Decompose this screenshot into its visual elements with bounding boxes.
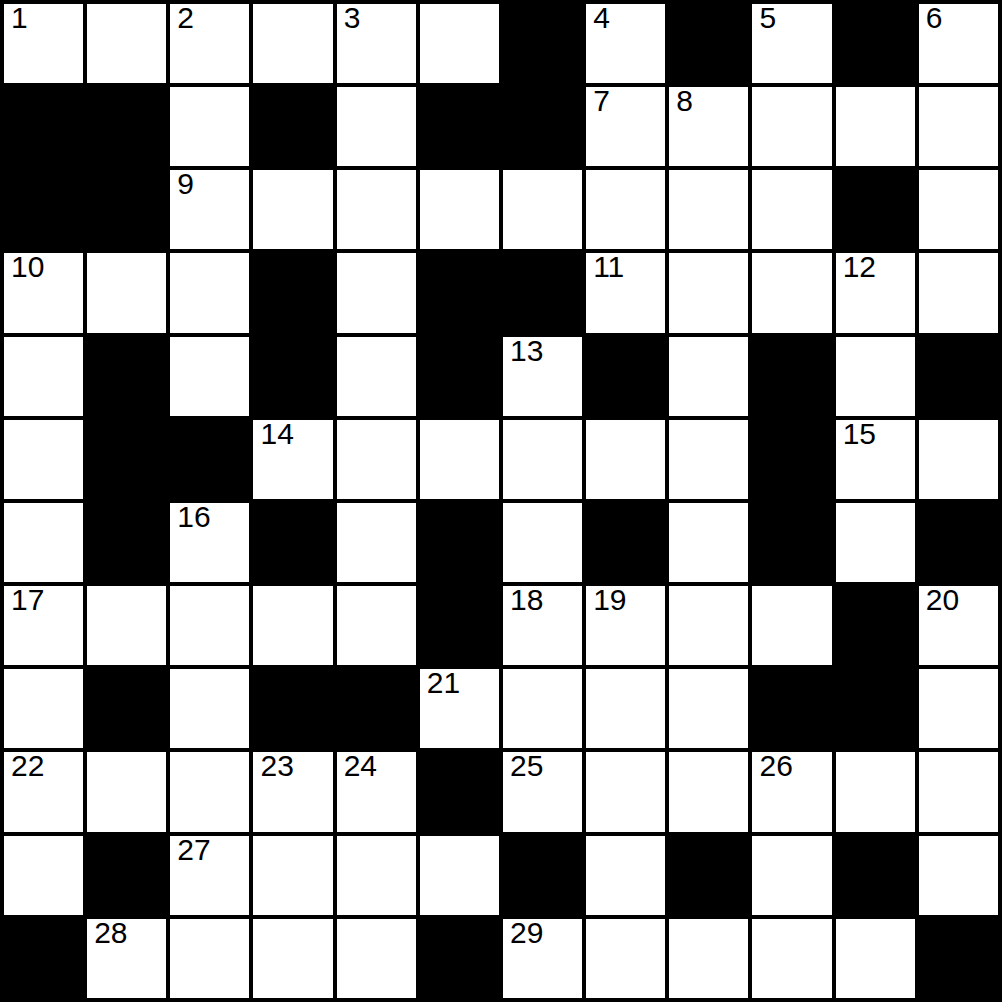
grid-cell[interactable] — [919, 420, 998, 499]
grid-cell[interactable] — [337, 503, 416, 582]
grid-cell[interactable]: 28 — [87, 919, 166, 998]
grid-cell[interactable] — [919, 669, 998, 748]
grid-cell[interactable]: 23 — [253, 752, 332, 831]
block-cell — [669, 4, 748, 83]
grid-cell[interactable]: 20 — [919, 586, 998, 665]
block-cell — [87, 503, 166, 582]
clue-number: 13 — [510, 334, 543, 369]
block-cell — [919, 337, 998, 416]
block-cell — [503, 253, 582, 332]
block-cell — [420, 919, 499, 998]
clue-number: 10 — [11, 250, 44, 285]
grid-cell[interactable]: 10 — [4, 253, 83, 332]
block-cell — [503, 87, 582, 166]
clue-number: 15 — [843, 417, 876, 452]
grid-cell[interactable] — [87, 4, 166, 83]
clue-number: 29 — [510, 916, 543, 951]
block-cell — [253, 87, 332, 166]
clue-number: 7 — [593, 84, 610, 119]
grid-cell[interactable]: 21 — [420, 669, 499, 748]
grid-cell[interactable] — [170, 919, 249, 998]
clue-number: 6 — [926, 1, 943, 36]
grid-cell[interactable] — [4, 337, 83, 416]
block-cell — [420, 87, 499, 166]
block-cell — [4, 170, 83, 249]
grid-cell[interactable] — [337, 919, 416, 998]
clue-number: 14 — [260, 417, 293, 452]
block-cell — [836, 586, 915, 665]
clue-number: 24 — [344, 749, 377, 784]
crossword-board: 1234567891011121314151617181920212223242… — [0, 0, 1002, 1002]
grid-cell[interactable]: 15 — [836, 420, 915, 499]
block-cell — [836, 4, 915, 83]
block-cell — [4, 919, 83, 998]
grid-cell[interactable] — [669, 919, 748, 998]
clue-number: 8 — [676, 84, 693, 119]
block-cell — [87, 337, 166, 416]
grid-cell[interactable] — [836, 919, 915, 998]
grid-cell[interactable] — [586, 420, 665, 499]
clue-number: 27 — [177, 833, 210, 868]
clue-number: 22 — [11, 749, 44, 784]
block-cell — [87, 170, 166, 249]
block-cell — [752, 337, 831, 416]
clue-number: 21 — [427, 666, 460, 701]
grid-cell[interactable] — [4, 669, 83, 748]
grid-cell[interactable] — [752, 253, 831, 332]
block-cell — [586, 337, 665, 416]
grid-cell[interactable] — [253, 170, 332, 249]
grid-cell[interactable] — [337, 87, 416, 166]
grid-cell[interactable]: 9 — [170, 170, 249, 249]
grid-cell[interactable]: 8 — [669, 87, 748, 166]
grid-cell[interactable] — [253, 4, 332, 83]
grid-cell[interactable] — [669, 337, 748, 416]
block-cell — [337, 669, 416, 748]
grid-cell[interactable] — [669, 420, 748, 499]
grid-cell[interactable] — [586, 919, 665, 998]
block-cell — [253, 503, 332, 582]
clue-number: 5 — [759, 1, 776, 36]
block-cell — [420, 752, 499, 831]
grid-cell[interactable] — [669, 669, 748, 748]
grid-cell[interactable] — [337, 836, 416, 915]
grid-cell[interactable]: 14 — [253, 420, 332, 499]
block-cell — [87, 836, 166, 915]
clue-number: 26 — [759, 749, 792, 784]
grid-cell[interactable] — [752, 170, 831, 249]
clue-number: 11 — [593, 250, 624, 285]
grid-cell[interactable]: 17 — [4, 586, 83, 665]
grid-cell[interactable] — [503, 503, 582, 582]
clue-number: 12 — [843, 250, 876, 285]
block-cell — [919, 919, 998, 998]
grid-cell[interactable] — [919, 253, 998, 332]
grid-cell[interactable] — [752, 836, 831, 915]
grid-cell[interactable] — [170, 253, 249, 332]
grid-cell[interactable] — [87, 586, 166, 665]
grid-cell[interactable] — [752, 87, 831, 166]
grid-cell[interactable]: 27 — [170, 836, 249, 915]
grid-cell[interactable] — [919, 752, 998, 831]
grid-cell[interactable] — [170, 87, 249, 166]
clue-number: 20 — [926, 583, 959, 618]
grid-cell[interactable]: 26 — [752, 752, 831, 831]
clue-number: 19 — [593, 583, 626, 618]
block-cell — [586, 503, 665, 582]
grid-cell[interactable]: 18 — [503, 586, 582, 665]
clue-number: 23 — [260, 749, 293, 784]
grid-cell[interactable] — [170, 586, 249, 665]
grid-cell[interactable] — [87, 253, 166, 332]
block-cell — [170, 420, 249, 499]
grid-cell[interactable] — [87, 752, 166, 831]
grid-cell[interactable] — [170, 669, 249, 748]
clue-number: 9 — [177, 167, 194, 202]
grid-cell[interactable] — [4, 836, 83, 915]
clue-number: 17 — [11, 583, 44, 618]
block-cell — [919, 503, 998, 582]
clue-number: 4 — [593, 1, 610, 36]
clue-number: 28 — [94, 916, 127, 951]
block-cell — [87, 87, 166, 166]
block-cell — [752, 420, 831, 499]
clue-number: 18 — [510, 583, 543, 618]
grid-cell[interactable]: 22 — [4, 752, 83, 831]
grid-cell[interactable] — [836, 337, 915, 416]
grid-cell[interactable] — [503, 420, 582, 499]
grid-cell[interactable] — [586, 669, 665, 748]
block-cell — [4, 87, 83, 166]
grid-cell[interactable]: 13 — [503, 337, 582, 416]
block-cell — [752, 503, 831, 582]
grid-cell[interactable] — [420, 170, 499, 249]
block-cell — [420, 503, 499, 582]
grid-cell[interactable]: 11 — [586, 253, 665, 332]
grid-cell[interactable] — [253, 836, 332, 915]
clue-number: 2 — [177, 1, 194, 36]
grid-cell[interactable] — [669, 752, 748, 831]
block-cell — [669, 836, 748, 915]
block-cell — [420, 337, 499, 416]
block-cell — [253, 669, 332, 748]
grid-cell[interactable] — [253, 586, 332, 665]
block-cell — [420, 253, 499, 332]
block-cell — [752, 669, 831, 748]
grid-cell[interactable] — [586, 752, 665, 831]
grid-cell[interactable]: 24 — [337, 752, 416, 831]
grid-cell[interactable]: 6 — [919, 4, 998, 83]
grid-cell[interactable] — [669, 503, 748, 582]
grid-cell[interactable] — [919, 170, 998, 249]
block-cell — [87, 420, 166, 499]
grid-cell[interactable]: 16 — [170, 503, 249, 582]
grid-cell[interactable]: 5 — [752, 4, 831, 83]
grid-cell[interactable] — [669, 253, 748, 332]
grid-cell[interactable]: 19 — [586, 586, 665, 665]
grid-cell[interactable] — [420, 836, 499, 915]
grid-cell[interactable] — [170, 337, 249, 416]
grid-cell[interactable] — [503, 170, 582, 249]
grid-cell[interactable] — [253, 919, 332, 998]
block-cell — [503, 4, 582, 83]
clue-number: 25 — [510, 749, 543, 784]
block-cell — [253, 253, 332, 332]
grid-cell[interactable] — [919, 836, 998, 915]
grid-cell[interactable] — [586, 836, 665, 915]
grid-cell[interactable]: 3 — [337, 4, 416, 83]
block-cell — [420, 586, 499, 665]
grid-cell[interactable] — [836, 87, 915, 166]
clue-number: 16 — [177, 500, 210, 535]
grid-cell[interactable] — [4, 420, 83, 499]
grid-cell[interactable] — [669, 170, 748, 249]
clue-number: 1 — [11, 1, 28, 36]
grid-cell[interactable] — [586, 170, 665, 249]
grid-cell[interactable]: 29 — [503, 919, 582, 998]
grid-cell[interactable]: 12 — [836, 253, 915, 332]
grid-cell[interactable]: 7 — [586, 87, 665, 166]
clue-number: 3 — [344, 1, 361, 36]
block-cell — [253, 337, 332, 416]
grid-cell[interactable] — [420, 420, 499, 499]
grid-cell[interactable]: 2 — [170, 4, 249, 83]
grid-cell[interactable] — [337, 586, 416, 665]
block-cell — [503, 836, 582, 915]
grid-cell[interactable] — [752, 586, 831, 665]
grid-cell[interactable] — [420, 4, 499, 83]
grid-cell[interactable] — [337, 420, 416, 499]
grid-cell[interactable] — [337, 170, 416, 249]
grid-cell[interactable] — [919, 87, 998, 166]
grid-cell[interactable]: 25 — [503, 752, 582, 831]
grid-cell[interactable] — [836, 503, 915, 582]
block-cell — [836, 170, 915, 249]
grid-cell[interactable] — [337, 253, 416, 332]
grid-cell[interactable] — [170, 752, 249, 831]
block-cell — [836, 836, 915, 915]
grid-cell[interactable] — [836, 752, 915, 831]
block-cell — [836, 669, 915, 748]
grid-cell[interactable] — [669, 586, 748, 665]
grid-cell[interactable] — [337, 337, 416, 416]
grid-cell[interactable]: 4 — [586, 4, 665, 83]
grid-cell[interactable]: 1 — [4, 4, 83, 83]
grid-cell[interactable] — [752, 919, 831, 998]
block-cell — [87, 669, 166, 748]
grid-cell[interactable] — [503, 669, 582, 748]
grid-cell[interactable] — [4, 503, 83, 582]
